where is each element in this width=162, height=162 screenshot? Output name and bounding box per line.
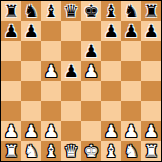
piece-black-pawn[interactable]: ♟: [23, 21, 38, 41]
square-d3[interactable]: [61, 101, 81, 121]
piece-white-bishop[interactable]: ♝: [103, 141, 118, 161]
square-c1[interactable]: ♝: [41, 141, 61, 161]
piece-black-pawn[interactable]: ♟: [123, 21, 138, 41]
square-a2[interactable]: ♟: [1, 121, 21, 141]
piece-black-king[interactable]: ♚: [83, 1, 98, 21]
square-d1[interactable]: ♛: [61, 141, 81, 161]
piece-black-knight[interactable]: ♞: [123, 1, 138, 21]
square-c6[interactable]: [41, 41, 61, 61]
piece-white-pawn[interactable]: ♟: [43, 121, 58, 141]
square-g5[interactable]: [121, 61, 141, 81]
square-a7[interactable]: ♟: [1, 21, 21, 41]
piece-white-pawn[interactable]: ♟: [103, 121, 118, 141]
piece-black-queen[interactable]: ♛: [63, 1, 78, 21]
square-h5[interactable]: [141, 61, 161, 81]
square-h4[interactable]: [141, 81, 161, 101]
square-h8[interactable]: ♜: [141, 1, 161, 21]
square-g7[interactable]: ♟: [121, 21, 141, 41]
square-f5[interactable]: [101, 61, 121, 81]
piece-black-pawn[interactable]: ♟: [143, 21, 158, 41]
square-a3[interactable]: [1, 101, 21, 121]
square-b7[interactable]: ♟: [21, 21, 41, 41]
piece-white-pawn[interactable]: ♟: [23, 121, 38, 141]
square-h3[interactable]: [141, 101, 161, 121]
square-d2[interactable]: [61, 121, 81, 141]
square-c5[interactable]: ♟: [41, 61, 61, 81]
square-f2[interactable]: ♟: [101, 121, 121, 141]
square-e1[interactable]: ♚: [81, 141, 101, 161]
square-e6[interactable]: ♟: [81, 41, 101, 61]
piece-black-rook[interactable]: ♜: [143, 1, 158, 21]
square-g6[interactable]: [121, 41, 141, 61]
piece-white-pawn[interactable]: ♟: [123, 121, 138, 141]
square-a5[interactable]: [1, 61, 21, 81]
square-d6[interactable]: [61, 41, 81, 61]
piece-white-pawn[interactable]: ♟: [3, 121, 18, 141]
square-g1[interactable]: ♞: [121, 141, 141, 161]
square-f4[interactable]: [101, 81, 121, 101]
square-b6[interactable]: [21, 41, 41, 61]
piece-white-knight[interactable]: ♞: [23, 141, 38, 161]
piece-black-bishop[interactable]: ♝: [43, 1, 58, 21]
piece-white-pawn[interactable]: ♟: [83, 61, 98, 81]
square-a6[interactable]: [1, 41, 21, 61]
square-d8[interactable]: ♛: [61, 1, 81, 21]
square-b8[interactable]: ♞: [21, 1, 41, 21]
square-b4[interactable]: [21, 81, 41, 101]
square-g8[interactable]: ♞: [121, 1, 141, 21]
square-d5[interactable]: ♟: [61, 61, 81, 81]
piece-white-knight[interactable]: ♞: [123, 141, 138, 161]
square-b5[interactable]: [21, 61, 41, 81]
square-f7[interactable]: ♟: [101, 21, 121, 41]
square-f1[interactable]: ♝: [101, 141, 121, 161]
square-b2[interactable]: ♟: [21, 121, 41, 141]
square-h6[interactable]: [141, 41, 161, 61]
square-g3[interactable]: [121, 101, 141, 121]
square-f8[interactable]: ♝: [101, 1, 121, 21]
piece-black-pawn[interactable]: ♟: [103, 21, 118, 41]
square-c7[interactable]: [41, 21, 61, 41]
square-f3[interactable]: [101, 101, 121, 121]
square-a1[interactable]: ♜: [1, 141, 21, 161]
piece-white-rook[interactable]: ♜: [3, 141, 18, 161]
square-h2[interactable]: ♟: [141, 121, 161, 141]
square-b1[interactable]: ♞: [21, 141, 41, 161]
piece-white-bishop[interactable]: ♝: [43, 141, 58, 161]
square-h7[interactable]: ♟: [141, 21, 161, 41]
piece-black-pawn[interactable]: ♟: [83, 41, 98, 61]
square-e2[interactable]: [81, 121, 101, 141]
square-e7[interactable]: [81, 21, 101, 41]
square-c2[interactable]: ♟: [41, 121, 61, 141]
square-e5[interactable]: ♟: [81, 61, 101, 81]
chess-board: ♜♞♝♛♚♝♞♜♟♟♟♟♟♟♟♟♟♟♟♟♟♟♟♜♞♝♛♚♝♞♜: [0, 0, 162, 162]
square-c4[interactable]: [41, 81, 61, 101]
square-d7[interactable]: [61, 21, 81, 41]
square-e8[interactable]: ♚: [81, 1, 101, 21]
square-e4[interactable]: [81, 81, 101, 101]
square-a4[interactable]: [1, 81, 21, 101]
piece-white-king[interactable]: ♚: [83, 141, 98, 161]
square-c8[interactable]: ♝: [41, 1, 61, 21]
square-f6[interactable]: [101, 41, 121, 61]
piece-black-knight[interactable]: ♞: [23, 1, 38, 21]
square-a8[interactable]: ♜: [1, 1, 21, 21]
square-b3[interactable]: [21, 101, 41, 121]
piece-black-bishop[interactable]: ♝: [103, 1, 118, 21]
square-d4[interactable]: [61, 81, 81, 101]
piece-black-pawn[interactable]: ♟: [63, 61, 78, 81]
piece-black-pawn[interactable]: ♟: [3, 21, 18, 41]
piece-white-queen[interactable]: ♛: [63, 141, 78, 161]
square-h1[interactable]: ♜: [141, 141, 161, 161]
piece-white-pawn[interactable]: ♟: [43, 61, 58, 81]
square-g2[interactable]: ♟: [121, 121, 141, 141]
piece-white-rook[interactable]: ♜: [143, 141, 158, 161]
square-g4[interactable]: [121, 81, 141, 101]
piece-white-pawn[interactable]: ♟: [143, 121, 158, 141]
square-e3[interactable]: [81, 101, 101, 121]
piece-black-rook[interactable]: ♜: [3, 1, 18, 21]
square-c3[interactable]: [41, 101, 61, 121]
